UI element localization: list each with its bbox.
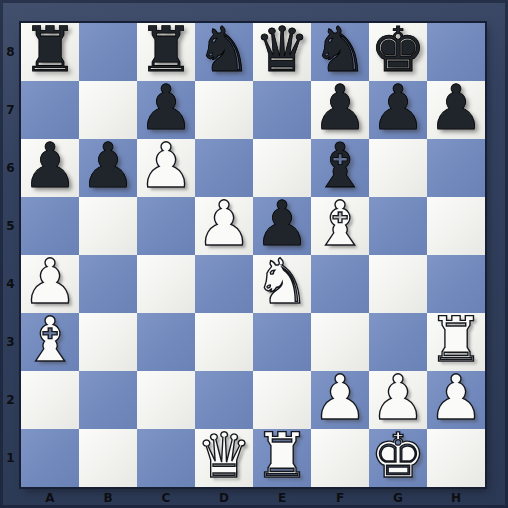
square-d1[interactable]: ♛ (195, 429, 253, 487)
file-label-d: D (195, 487, 253, 508)
square-c2[interactable] (137, 371, 195, 429)
square-c3[interactable] (137, 313, 195, 371)
file-label-a: A (21, 487, 79, 508)
piece-white-knight[interactable]: ♞ (254, 253, 310, 311)
square-d5[interactable]: ♟ (195, 197, 253, 255)
square-f5[interactable]: ♝ (311, 197, 369, 255)
square-h7[interactable]: ♟ (427, 81, 485, 139)
square-b2[interactable] (79, 371, 137, 429)
square-b1[interactable] (79, 429, 137, 487)
square-c4[interactable] (137, 255, 195, 313)
square-e3[interactable] (253, 313, 311, 371)
chess-board-frame: ♜♜♞♛♞♚♟♟♟♟♟♟♟♝♟♟♝♟♞♝♜♟♟♟♛♜♚ 87654321 ABC… (0, 0, 508, 508)
piece-white-queen[interactable]: ♛ (196, 427, 252, 485)
file-label-f: F (311, 487, 369, 508)
square-g5[interactable] (369, 197, 427, 255)
piece-black-pawn[interactable]: ♟ (22, 137, 78, 195)
square-c1[interactable] (137, 429, 195, 487)
rank-label-4: 4 (0, 255, 21, 313)
square-g4[interactable] (369, 255, 427, 313)
file-label-c: C (137, 487, 195, 508)
square-h6[interactable] (427, 139, 485, 197)
square-e1[interactable]: ♜ (253, 429, 311, 487)
rank-label-6: 6 (0, 139, 21, 197)
rank-label-7: 7 (0, 81, 21, 139)
piece-black-pawn[interactable]: ♟ (80, 137, 136, 195)
file-label-e: E (253, 487, 311, 508)
square-c6[interactable]: ♟ (137, 139, 195, 197)
square-a8[interactable]: ♜ (21, 23, 79, 81)
piece-white-bishop[interactable]: ♝ (22, 311, 78, 369)
piece-black-rook[interactable]: ♜ (22, 21, 78, 79)
square-e7[interactable] (253, 81, 311, 139)
square-b3[interactable] (79, 313, 137, 371)
square-b6[interactable]: ♟ (79, 139, 137, 197)
square-d3[interactable] (195, 313, 253, 371)
square-c5[interactable] (137, 197, 195, 255)
file-label-g: G (369, 487, 427, 508)
square-e8[interactable]: ♛ (253, 23, 311, 81)
square-g7[interactable]: ♟ (369, 81, 427, 139)
square-g1[interactable]: ♚ (369, 429, 427, 487)
square-g6[interactable] (369, 139, 427, 197)
rank-label-1: 1 (0, 429, 21, 487)
piece-black-knight[interactable]: ♞ (196, 21, 252, 79)
piece-white-bishop[interactable]: ♝ (312, 195, 368, 253)
rank-label-2: 2 (0, 371, 21, 429)
piece-white-pawn[interactable]: ♟ (138, 137, 194, 195)
rank-label-3: 3 (0, 313, 21, 371)
square-d7[interactable] (195, 81, 253, 139)
square-a3[interactable]: ♝ (21, 313, 79, 371)
square-e4[interactable]: ♞ (253, 255, 311, 313)
square-d4[interactable] (195, 255, 253, 313)
piece-black-pawn[interactable]: ♟ (370, 79, 426, 137)
piece-white-king[interactable]: ♚ (370, 427, 426, 485)
square-a6[interactable]: ♟ (21, 139, 79, 197)
square-f4[interactable] (311, 255, 369, 313)
rank-label-8: 8 (0, 23, 21, 81)
square-h5[interactable] (427, 197, 485, 255)
square-h2[interactable]: ♟ (427, 371, 485, 429)
piece-white-pawn[interactable]: ♟ (196, 195, 252, 253)
square-d8[interactable]: ♞ (195, 23, 253, 81)
piece-white-pawn[interactable]: ♟ (428, 369, 484, 427)
piece-black-pawn[interactable]: ♟ (428, 79, 484, 137)
file-label-h: H (427, 487, 485, 508)
piece-black-queen[interactable]: ♛ (254, 21, 310, 79)
square-h1[interactable] (427, 429, 485, 487)
rank-label-5: 5 (0, 197, 21, 255)
square-f1[interactable] (311, 429, 369, 487)
square-f2[interactable]: ♟ (311, 371, 369, 429)
square-b8[interactable] (79, 23, 137, 81)
square-a2[interactable] (21, 371, 79, 429)
square-b5[interactable] (79, 197, 137, 255)
chess-board: ♜♜♞♛♞♚♟♟♟♟♟♟♟♝♟♟♝♟♞♝♜♟♟♟♛♜♚ (21, 23, 485, 487)
square-a1[interactable] (21, 429, 79, 487)
piece-white-pawn[interactable]: ♟ (312, 369, 368, 427)
file-label-b: B (79, 487, 137, 508)
piece-white-rook[interactable]: ♜ (254, 427, 310, 485)
square-b4[interactable] (79, 255, 137, 313)
